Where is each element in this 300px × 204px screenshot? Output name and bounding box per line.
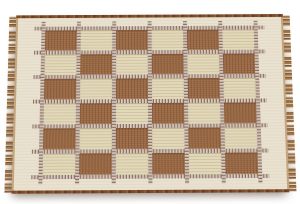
board-square-r3c6 — [223, 78, 255, 99]
board-square-r1c3 — [116, 30, 148, 50]
board-square-r5c1 — [43, 128, 76, 149]
board-square-r3c2 — [80, 79, 112, 100]
board-square-r4c1 — [44, 103, 76, 124]
board-square-r5c3 — [116, 128, 148, 149]
board-square-r1c4 — [152, 30, 184, 50]
board-square-r2c2 — [80, 54, 112, 75]
board-square-r4c3 — [116, 103, 148, 124]
board-square-r5c5 — [188, 128, 221, 149]
board-square-r4c4 — [152, 103, 184, 124]
board-square-r2c1 — [45, 54, 77, 75]
board-square-r6c3 — [116, 153, 149, 175]
board-square-r3c3 — [116, 78, 148, 99]
board-square-r4c2 — [80, 103, 112, 124]
checkerboard-rug — [12, 14, 290, 194]
binding-top-edge — [16, 14, 283, 18]
binding-bottom-edge — [12, 189, 290, 194]
product-photo-scene — [0, 0, 300, 204]
board-square-r4c6 — [224, 102, 257, 123]
board-square-r4c5 — [188, 103, 220, 124]
board-square-r6c4 — [152, 153, 185, 175]
board-square-r6c1 — [43, 154, 76, 176]
board-square-r1c1 — [45, 30, 77, 50]
board-square-r2c5 — [187, 54, 219, 75]
board-square-r5c4 — [152, 128, 184, 149]
rug-body — [12, 14, 290, 194]
board-square-r2c3 — [116, 54, 148, 75]
board-square-r5c6 — [225, 127, 258, 148]
board-square-r6c2 — [79, 153, 112, 175]
grid-line-vertical-3 — [112, 22, 117, 184]
board-square-r1c6 — [222, 29, 254, 49]
board-square-r3c4 — [152, 78, 184, 99]
board-square-r6c6 — [225, 153, 258, 175]
board-square-r3c5 — [188, 78, 220, 99]
board-square-r6c5 — [189, 153, 222, 175]
board-square-r5c2 — [79, 128, 111, 149]
board-square-r1c5 — [187, 30, 219, 50]
board-grid — [38, 26, 262, 180]
board-square-r2c6 — [223, 53, 255, 74]
board-square-r1c2 — [81, 30, 113, 50]
board-square-r2c4 — [152, 54, 184, 75]
board-square-r3c1 — [44, 79, 76, 100]
